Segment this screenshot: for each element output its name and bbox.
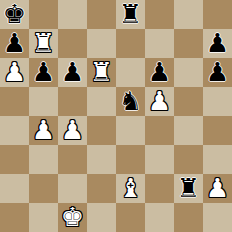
square-b3[interactable] [29,145,58,174]
white-king[interactable]: ♚ [61,203,84,232]
square-a5[interactable] [0,87,29,116]
square-a1[interactable] [0,203,29,232]
square-e2[interactable]: ♝ [116,174,145,203]
chess-board: ♚♜♟♜♟♟♟♟♜♟♟♞♟♟♟♝♜♟♚ [0,0,232,232]
black-rook[interactable]: ♜ [119,0,142,29]
white-pawn[interactable]: ♟ [3,58,26,87]
white-pawn[interactable]: ♟ [32,116,55,145]
square-g7[interactable] [174,29,203,58]
square-e3[interactable] [116,145,145,174]
square-b7[interactable]: ♜ [29,29,58,58]
square-d1[interactable] [87,203,116,232]
square-e1[interactable] [116,203,145,232]
white-bishop[interactable]: ♝ [119,174,142,203]
white-rook[interactable]: ♜ [90,58,113,87]
square-f4[interactable] [145,116,174,145]
square-b5[interactable] [29,87,58,116]
black-pawn[interactable]: ♟ [206,29,229,58]
square-e8[interactable]: ♜ [116,0,145,29]
square-c7[interactable] [58,29,87,58]
square-b2[interactable] [29,174,58,203]
square-f1[interactable] [145,203,174,232]
black-knight[interactable]: ♞ [119,87,142,116]
square-b1[interactable] [29,203,58,232]
square-g6[interactable] [174,58,203,87]
square-g8[interactable] [174,0,203,29]
square-d8[interactable] [87,0,116,29]
square-g4[interactable] [174,116,203,145]
black-king[interactable]: ♚ [3,0,26,29]
square-f6[interactable]: ♟ [145,58,174,87]
square-c6[interactable]: ♟ [58,58,87,87]
square-d2[interactable] [87,174,116,203]
white-pawn[interactable]: ♟ [148,87,171,116]
square-d3[interactable] [87,145,116,174]
square-b6[interactable]: ♟ [29,58,58,87]
square-d5[interactable] [87,87,116,116]
square-b4[interactable]: ♟ [29,116,58,145]
square-b8[interactable] [29,0,58,29]
square-e4[interactable] [116,116,145,145]
square-a2[interactable] [0,174,29,203]
white-pawn[interactable]: ♟ [206,174,229,203]
square-h7[interactable]: ♟ [203,29,232,58]
square-a4[interactable] [0,116,29,145]
square-e7[interactable] [116,29,145,58]
square-h2[interactable]: ♟ [203,174,232,203]
square-a7[interactable]: ♟ [0,29,29,58]
square-a3[interactable] [0,145,29,174]
black-rook[interactable]: ♜ [177,174,200,203]
square-c8[interactable] [58,0,87,29]
square-a6[interactable]: ♟ [0,58,29,87]
white-pawn[interactable]: ♟ [61,116,84,145]
square-e5[interactable]: ♞ [116,87,145,116]
square-f3[interactable] [145,145,174,174]
white-rook[interactable]: ♜ [32,29,55,58]
square-g1[interactable] [174,203,203,232]
square-h8[interactable] [203,0,232,29]
square-h5[interactable] [203,87,232,116]
square-c2[interactable] [58,174,87,203]
square-h4[interactable] [203,116,232,145]
square-f2[interactable] [145,174,174,203]
black-pawn[interactable]: ♟ [3,29,26,58]
square-g5[interactable] [174,87,203,116]
square-d4[interactable] [87,116,116,145]
square-h3[interactable] [203,145,232,174]
black-pawn[interactable]: ♟ [61,58,84,87]
square-g3[interactable] [174,145,203,174]
square-a8[interactable]: ♚ [0,0,29,29]
square-d6[interactable]: ♜ [87,58,116,87]
square-f8[interactable] [145,0,174,29]
black-pawn[interactable]: ♟ [206,58,229,87]
square-c4[interactable]: ♟ [58,116,87,145]
square-d7[interactable] [87,29,116,58]
square-f7[interactable] [145,29,174,58]
square-h6[interactable]: ♟ [203,58,232,87]
square-c3[interactable] [58,145,87,174]
black-pawn[interactable]: ♟ [148,58,171,87]
square-h1[interactable] [203,203,232,232]
square-c5[interactable] [58,87,87,116]
square-c1[interactable]: ♚ [58,203,87,232]
black-pawn[interactable]: ♟ [32,58,55,87]
square-g2[interactable]: ♜ [174,174,203,203]
square-f5[interactable]: ♟ [145,87,174,116]
square-e6[interactable] [116,58,145,87]
